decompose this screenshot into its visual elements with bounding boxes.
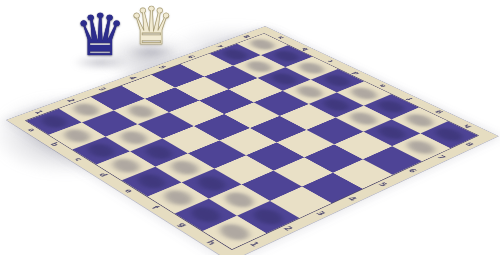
table-scene: abcdefgh abcdefgh 87654321 87654321 ♜♞♝♚… bbox=[0, 0, 500, 255]
extra-ivory-queen[interactable]: ♛ bbox=[128, 0, 175, 52]
extra-blue-queen[interactable]: ♛ bbox=[74, 6, 126, 64]
